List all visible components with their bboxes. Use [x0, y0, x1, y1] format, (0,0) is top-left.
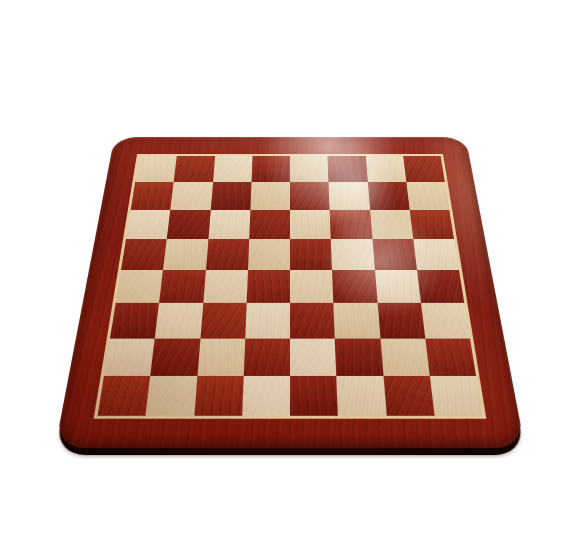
square-f2	[335, 338, 383, 376]
square-h2	[425, 338, 476, 376]
square-g6	[370, 210, 413, 239]
square-d3	[245, 303, 290, 338]
square-c2	[197, 338, 245, 376]
square-e7	[290, 182, 330, 210]
square-g8	[365, 156, 406, 182]
square-h7	[406, 182, 449, 210]
square-f7	[329, 182, 370, 210]
square-h8	[403, 156, 445, 182]
square-f4	[332, 270, 377, 303]
chess-board	[98, 156, 483, 416]
square-f1	[337, 376, 387, 416]
square-a8	[135, 156, 177, 182]
square-a3	[110, 303, 159, 338]
square-f5	[331, 239, 374, 270]
square-h5	[413, 239, 459, 270]
board-frame	[55, 137, 525, 448]
square-d2	[243, 338, 290, 376]
square-b4	[159, 270, 205, 303]
square-a4	[116, 270, 164, 303]
square-g3	[377, 303, 425, 338]
square-h3	[421, 303, 470, 338]
square-d8	[251, 156, 290, 182]
square-e3	[290, 303, 335, 338]
square-b2	[150, 338, 200, 376]
square-f6	[330, 210, 372, 239]
square-g2	[380, 338, 430, 376]
square-c1	[194, 376, 244, 416]
product-photo-canvas	[0, 0, 570, 554]
square-g1	[383, 376, 434, 416]
square-e4	[290, 270, 334, 303]
inlay-border-line	[94, 154, 487, 419]
square-h6	[409, 210, 454, 239]
square-c3	[200, 303, 246, 338]
square-c5	[206, 239, 249, 270]
square-g7	[367, 182, 409, 210]
square-c4	[203, 270, 248, 303]
square-b1	[146, 376, 197, 416]
square-d4	[246, 270, 290, 303]
square-a6	[126, 210, 171, 239]
square-c7	[210, 182, 251, 210]
chessboard-scene	[89, 69, 491, 471]
square-g5	[372, 239, 417, 270]
square-e5	[290, 239, 332, 270]
square-b7	[171, 182, 213, 210]
square-d1	[242, 376, 290, 416]
square-a2	[104, 338, 155, 376]
square-e8	[290, 156, 329, 182]
square-a1	[98, 376, 151, 416]
square-a7	[131, 182, 174, 210]
square-a5	[121, 239, 167, 270]
square-f3	[334, 303, 380, 338]
square-e6	[290, 210, 331, 239]
square-b6	[167, 210, 210, 239]
square-h1	[430, 376, 483, 416]
square-d7	[250, 182, 290, 210]
square-b5	[163, 239, 208, 270]
square-e1	[290, 376, 338, 416]
square-b3	[155, 303, 203, 338]
square-d5	[248, 239, 290, 270]
square-f8	[328, 156, 368, 182]
square-c8	[213, 156, 253, 182]
square-c6	[208, 210, 250, 239]
square-g4	[375, 270, 421, 303]
square-e2	[290, 338, 337, 376]
square-h4	[417, 270, 465, 303]
square-b8	[174, 156, 215, 182]
square-d6	[249, 210, 290, 239]
